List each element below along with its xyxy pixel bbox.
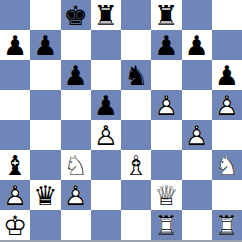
piece-black-pawn[interactable]: ♟ [0, 30, 30, 60]
piece-white-pawn[interactable]: ♟♙ [0, 180, 30, 210]
square-d5[interactable]: ♟ [91, 90, 121, 120]
piece-black-pawn[interactable]: ♟ [182, 30, 212, 60]
square-c8[interactable]: ♚ [61, 0, 91, 30]
square-e4[interactable] [121, 120, 151, 150]
square-g2[interactable] [182, 180, 212, 210]
square-e8[interactable] [121, 0, 151, 30]
square-a4[interactable] [0, 120, 30, 150]
square-g8[interactable] [182, 0, 212, 30]
square-h3[interactable]: ♞♘ [212, 150, 242, 180]
square-h5[interactable]: ♟♙ [212, 90, 242, 120]
square-g7[interactable]: ♟ [182, 30, 212, 60]
square-c3[interactable]: ♞♘ [61, 150, 91, 180]
square-c5[interactable] [61, 90, 91, 120]
piece-white-pawn[interactable]: ♟♙ [182, 120, 212, 150]
square-c2[interactable]: ♟♙ [61, 180, 91, 210]
square-f7[interactable]: ♟ [151, 30, 181, 60]
piece-white-pawn[interactable]: ♟♙ [212, 90, 242, 120]
piece-black-pawn[interactable]: ♟ [30, 30, 60, 60]
square-d6[interactable] [91, 60, 121, 90]
square-a5[interactable] [0, 90, 30, 120]
square-f6[interactable] [151, 60, 181, 90]
square-a3[interactable]: ♝ [0, 150, 30, 180]
piece-white-pawn[interactable]: ♟♙ [61, 180, 91, 210]
chess-board: ♚♜♜♟♟♟♟♟♞♟♟♟♙♟♙♟♙♟♙♝♞♘♝♗♞♘♟♙♛♟♙♛♕♚♔♜♖♜♖ [0, 0, 242, 242]
square-h4[interactable] [212, 120, 242, 150]
square-f1[interactable]: ♜♖ [151, 210, 181, 240]
piece-black-pawn[interactable]: ♟ [151, 30, 181, 60]
square-h7[interactable] [212, 30, 242, 60]
square-e6[interactable]: ♞ [121, 60, 151, 90]
square-b4[interactable] [30, 120, 60, 150]
square-e2[interactable] [121, 180, 151, 210]
square-c1[interactable] [61, 210, 91, 240]
square-e3[interactable]: ♝♗ [121, 150, 151, 180]
piece-white-knight[interactable]: ♞♘ [212, 150, 242, 180]
square-b1[interactable] [30, 210, 60, 240]
square-h6[interactable]: ♟ [212, 60, 242, 90]
square-a1[interactable]: ♚♔ [0, 210, 30, 240]
square-f3[interactable] [151, 150, 181, 180]
square-b7[interactable]: ♟ [30, 30, 60, 60]
piece-white-rook[interactable]: ♜♖ [212, 210, 242, 240]
square-d4[interactable]: ♟♙ [91, 120, 121, 150]
square-b6[interactable] [30, 60, 60, 90]
square-h8[interactable] [212, 0, 242, 30]
square-e5[interactable] [121, 90, 151, 120]
square-g3[interactable] [182, 150, 212, 180]
square-a6[interactable] [0, 60, 30, 90]
square-g5[interactable] [182, 90, 212, 120]
square-e1[interactable] [121, 210, 151, 240]
square-d8[interactable]: ♜ [91, 0, 121, 30]
square-d1[interactable] [91, 210, 121, 240]
square-b5[interactable] [30, 90, 60, 120]
square-g6[interactable] [182, 60, 212, 90]
square-f8[interactable]: ♜ [151, 0, 181, 30]
square-a2[interactable]: ♟♙ [0, 180, 30, 210]
piece-black-pawn[interactable]: ♟ [212, 60, 242, 90]
piece-black-knight[interactable]: ♞ [121, 60, 151, 90]
piece-black-rook[interactable]: ♜ [151, 0, 181, 30]
square-g1[interactable] [182, 210, 212, 240]
piece-white-pawn[interactable]: ♟♙ [91, 120, 121, 150]
square-e7[interactable] [121, 30, 151, 60]
piece-black-rook[interactable]: ♜ [91, 0, 121, 30]
piece-white-queen[interactable]: ♛♕ [151, 180, 181, 210]
square-f4[interactable] [151, 120, 181, 150]
piece-black-pawn[interactable]: ♟ [91, 90, 121, 120]
square-d7[interactable] [91, 30, 121, 60]
square-h2[interactable] [212, 180, 242, 210]
piece-black-bishop[interactable]: ♝ [0, 150, 30, 180]
piece-white-pawn[interactable]: ♟♙ [151, 90, 181, 120]
piece-white-rook[interactable]: ♜♖ [151, 210, 181, 240]
square-g4[interactable]: ♟♙ [182, 120, 212, 150]
square-a8[interactable] [0, 0, 30, 30]
piece-black-pawn[interactable]: ♟ [61, 60, 91, 90]
square-a7[interactable]: ♟ [0, 30, 30, 60]
square-c7[interactable] [61, 30, 91, 60]
square-b2[interactable]: ♛ [30, 180, 60, 210]
piece-black-king[interactable]: ♚ [61, 0, 91, 30]
piece-black-queen[interactable]: ♛ [30, 180, 60, 210]
piece-white-king[interactable]: ♚♔ [0, 210, 30, 240]
square-f5[interactable]: ♟♙ [151, 90, 181, 120]
square-c4[interactable] [61, 120, 91, 150]
square-c6[interactable]: ♟ [61, 60, 91, 90]
board-grid: ♚♜♜♟♟♟♟♟♞♟♟♟♙♟♙♟♙♟♙♝♞♘♝♗♞♘♟♙♛♟♙♛♕♚♔♜♖♜♖ [0, 0, 242, 240]
square-b8[interactable] [30, 0, 60, 30]
square-f2[interactable]: ♛♕ [151, 180, 181, 210]
square-d3[interactable] [91, 150, 121, 180]
square-b3[interactable] [30, 150, 60, 180]
square-h1[interactable]: ♜♖ [212, 210, 242, 240]
piece-white-bishop[interactable]: ♝♗ [121, 150, 151, 180]
square-d2[interactable] [91, 180, 121, 210]
piece-white-knight[interactable]: ♞♘ [61, 150, 91, 180]
